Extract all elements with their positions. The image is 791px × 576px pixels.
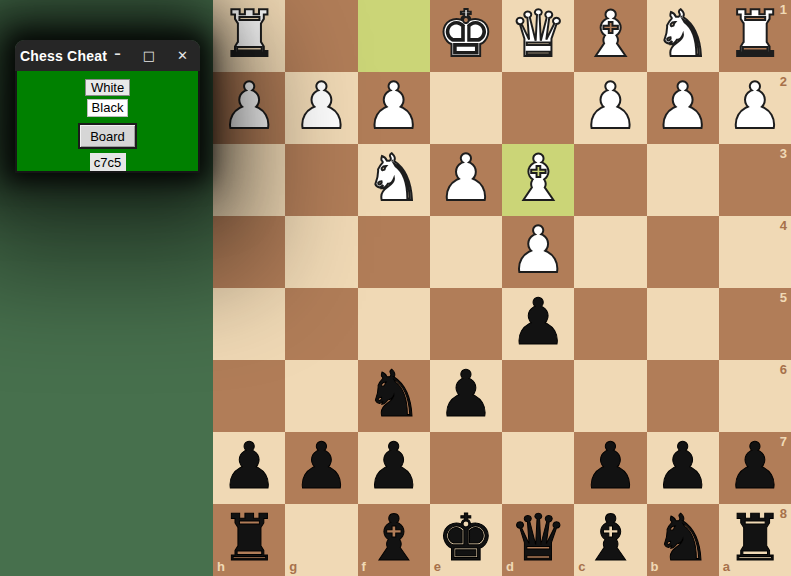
square-a2[interactable]: ♟2 xyxy=(719,72,791,144)
black-knight-b8: ♞ xyxy=(654,502,711,574)
square-c6[interactable] xyxy=(574,360,646,432)
square-d3[interactable]: ♝ xyxy=(502,144,574,216)
square-a5[interactable]: 5 xyxy=(719,288,791,360)
square-f1[interactable] xyxy=(358,0,430,72)
white-bishop-d3: ♝ xyxy=(509,142,566,214)
black-knight-f6: ♞ xyxy=(365,358,422,430)
square-d7[interactable] xyxy=(502,432,574,504)
square-d5[interactable]: ♟ xyxy=(502,288,574,360)
square-f8[interactable]: ♝f xyxy=(358,504,430,576)
square-c7[interactable]: ♟ xyxy=(574,432,646,504)
square-f4[interactable] xyxy=(358,216,430,288)
square-a1[interactable]: ♜1 xyxy=(719,0,791,72)
square-a6[interactable]: 6 xyxy=(719,360,791,432)
square-f2[interactable]: ♟ xyxy=(358,72,430,144)
square-b2[interactable]: ♟ xyxy=(647,72,719,144)
square-c4[interactable] xyxy=(574,216,646,288)
square-b5[interactable] xyxy=(647,288,719,360)
black-bishop-f8: ♝ xyxy=(365,502,422,574)
file-label-g: g xyxy=(289,560,297,573)
square-b6[interactable] xyxy=(647,360,719,432)
square-e3[interactable]: ♟ xyxy=(430,144,502,216)
square-h8[interactable]: ♜h xyxy=(213,504,285,576)
square-b1[interactable]: ♞ xyxy=(647,0,719,72)
window-titlebar[interactable]: Chess Cheat – □ ✕ xyxy=(15,40,200,71)
square-h6[interactable] xyxy=(213,360,285,432)
square-b4[interactable] xyxy=(647,216,719,288)
rank-label-6: 6 xyxy=(780,363,787,376)
square-c2[interactable]: ♟ xyxy=(574,72,646,144)
square-e5[interactable] xyxy=(430,288,502,360)
square-e8[interactable]: ♚e xyxy=(430,504,502,576)
chess-cheat-window: Chess Cheat – □ ✕ White Black Board c7c5 xyxy=(15,40,200,173)
window-body: White Black Board c7c5 xyxy=(15,71,200,173)
square-d1[interactable]: ♛ xyxy=(502,0,574,72)
square-c5[interactable] xyxy=(574,288,646,360)
square-e1[interactable]: ♚ xyxy=(430,0,502,72)
black-pawn-d5: ♟ xyxy=(509,286,566,358)
board-button[interactable]: Board xyxy=(78,123,137,150)
square-d6[interactable] xyxy=(502,360,574,432)
square-h1[interactable]: ♜ xyxy=(213,0,285,72)
maximize-icon[interactable]: □ xyxy=(143,49,155,62)
rank-label-7: 7 xyxy=(780,435,787,448)
square-e7[interactable] xyxy=(430,432,502,504)
square-g4[interactable] xyxy=(285,216,357,288)
rank-label-2: 2 xyxy=(780,75,787,88)
square-d8[interactable]: ♛d xyxy=(502,504,574,576)
white-knight-f3: ♞ xyxy=(365,142,422,214)
square-b8[interactable]: ♞b xyxy=(647,504,719,576)
minimize-icon[interactable]: – xyxy=(114,47,121,60)
black-pawn-h7: ♟ xyxy=(220,430,277,502)
white-king-e1: ♚ xyxy=(437,0,494,70)
rank-label-4: 4 xyxy=(780,219,787,232)
white-pawn-h2: ♟ xyxy=(220,70,277,142)
file-label-f: f xyxy=(362,560,366,573)
chess-board: ♜♚♛♝♞♜1♟♟♟♟♟♟2♞♟♝3♟4♟5♞♟6♟♟♟♟♟♟7♜hg♝f♚e♛… xyxy=(213,0,791,576)
square-a7[interactable]: ♟7 xyxy=(719,432,791,504)
square-f6[interactable]: ♞ xyxy=(358,360,430,432)
file-label-e: e xyxy=(434,560,441,573)
square-h2[interactable]: ♟ xyxy=(213,72,285,144)
square-h4[interactable] xyxy=(213,216,285,288)
white-pawn-g2: ♟ xyxy=(293,70,350,142)
square-g6[interactable] xyxy=(285,360,357,432)
square-g7[interactable]: ♟ xyxy=(285,432,357,504)
rank-label-5: 5 xyxy=(780,291,787,304)
square-b7[interactable]: ♟ xyxy=(647,432,719,504)
square-b3[interactable] xyxy=(647,144,719,216)
white-pawn-b2: ♟ xyxy=(654,70,711,142)
black-pawn-f7: ♟ xyxy=(365,430,422,502)
square-g3[interactable] xyxy=(285,144,357,216)
square-d2[interactable] xyxy=(502,72,574,144)
white-rook-a1: ♜ xyxy=(726,0,783,70)
black-queen-d8: ♛ xyxy=(509,502,566,574)
file-label-c: c xyxy=(578,560,585,573)
square-a8[interactable]: ♜8a xyxy=(719,504,791,576)
square-c3[interactable] xyxy=(574,144,646,216)
square-f5[interactable] xyxy=(358,288,430,360)
square-e4[interactable] xyxy=(430,216,502,288)
white-pawn-e3: ♟ xyxy=(437,142,494,214)
square-e2[interactable] xyxy=(430,72,502,144)
black-king-e8: ♚ xyxy=(437,502,494,574)
square-f3[interactable]: ♞ xyxy=(358,144,430,216)
file-label-a: a xyxy=(723,560,730,573)
white-knight-b1: ♞ xyxy=(654,0,711,70)
close-icon[interactable]: ✕ xyxy=(177,49,188,62)
square-g2[interactable]: ♟ xyxy=(285,72,357,144)
square-h7[interactable]: ♟ xyxy=(213,432,285,504)
square-c8[interactable]: ♝c xyxy=(574,504,646,576)
square-h3[interactable] xyxy=(213,144,285,216)
black-pawn-c7: ♟ xyxy=(582,430,639,502)
square-a3[interactable]: 3 xyxy=(719,144,791,216)
black-pawn-e6: ♟ xyxy=(437,358,494,430)
white-pawn-d4: ♟ xyxy=(509,214,566,286)
file-label-b: b xyxy=(651,560,659,573)
square-e6[interactable]: ♟ xyxy=(430,360,502,432)
square-f7[interactable]: ♟ xyxy=(358,432,430,504)
white-button[interactable]: White xyxy=(85,79,130,96)
black-bishop-c8: ♝ xyxy=(582,502,639,574)
square-g1[interactable] xyxy=(285,0,357,72)
square-c1[interactable]: ♝ xyxy=(574,0,646,72)
black-pawn-a7: ♟ xyxy=(726,430,783,502)
file-label-h: h xyxy=(217,560,225,573)
white-rook-h1: ♜ xyxy=(220,0,277,70)
square-g5[interactable] xyxy=(285,288,357,360)
desktop: ♜♚♛♝♞♜1♟♟♟♟♟♟2♞♟♝3♟4♟5♞♟6♟♟♟♟♟♟7♜hg♝f♚e♛… xyxy=(0,0,791,576)
window-title: Chess Cheat xyxy=(20,48,107,64)
black-pawn-g7: ♟ xyxy=(293,430,350,502)
rank-label-1: 1 xyxy=(780,3,787,16)
black-button[interactable]: Black xyxy=(87,99,129,117)
square-g8[interactable]: g xyxy=(285,504,357,576)
white-pawn-f2: ♟ xyxy=(365,70,422,142)
white-pawn-c2: ♟ xyxy=(582,70,639,142)
white-bishop-c1: ♝ xyxy=(582,0,639,70)
file-label-d: d xyxy=(506,560,514,573)
move-output: c7c5 xyxy=(90,153,126,171)
white-pawn-a2: ♟ xyxy=(726,70,783,142)
square-d4[interactable]: ♟ xyxy=(502,216,574,288)
white-queen-d1: ♛ xyxy=(509,0,566,70)
window-controls: – □ ✕ xyxy=(114,49,188,62)
square-a4[interactable]: 4 xyxy=(719,216,791,288)
rank-label-3: 3 xyxy=(780,147,787,160)
rank-label-8: 8 xyxy=(780,507,787,520)
black-pawn-b7: ♟ xyxy=(654,430,711,502)
black-rook-h8: ♜ xyxy=(220,502,277,574)
black-rook-a8: ♜ xyxy=(726,502,783,574)
square-h5[interactable] xyxy=(213,288,285,360)
